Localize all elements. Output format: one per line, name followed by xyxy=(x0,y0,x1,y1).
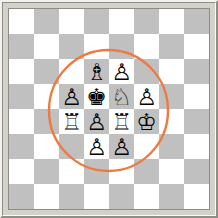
square-g5[interactable] xyxy=(159,84,184,109)
square-b1[interactable] xyxy=(34,184,59,209)
square-b6[interactable] xyxy=(34,59,59,84)
square-e4[interactable]: ♖ xyxy=(109,109,134,134)
white-king: ♔ xyxy=(134,109,159,134)
square-d5[interactable]: ♚ xyxy=(84,84,109,109)
square-c2[interactable] xyxy=(59,159,84,184)
square-e2[interactable] xyxy=(109,159,134,184)
square-g4[interactable] xyxy=(159,109,184,134)
square-g6[interactable] xyxy=(159,59,184,84)
white-pawn: ♙ xyxy=(84,134,109,159)
square-a1[interactable] xyxy=(9,184,34,209)
square-h3[interactable] xyxy=(184,134,209,159)
square-h1[interactable] xyxy=(184,184,209,209)
square-f4[interactable]: ♔ xyxy=(134,109,159,134)
board-frame-inner: ♗♙♙♚♘♙♖♙♖♔♙♙ xyxy=(2,2,216,216)
white-knight: ♘ xyxy=(109,84,134,109)
square-f5[interactable]: ♙ xyxy=(134,84,159,109)
square-b8[interactable] xyxy=(34,9,59,34)
square-d4[interactable]: ♙ xyxy=(84,109,109,134)
square-e7[interactable] xyxy=(109,34,134,59)
square-e1[interactable] xyxy=(109,184,134,209)
square-c7[interactable] xyxy=(59,34,84,59)
square-b2[interactable] xyxy=(34,159,59,184)
square-h7[interactable] xyxy=(184,34,209,59)
square-d7[interactable] xyxy=(84,34,109,59)
square-d6[interactable]: ♗ xyxy=(84,59,109,84)
square-a8[interactable] xyxy=(9,9,34,34)
square-a3[interactable] xyxy=(9,134,34,159)
square-c8[interactable] xyxy=(59,9,84,34)
square-c4[interactable]: ♖ xyxy=(59,109,84,134)
square-h2[interactable] xyxy=(184,159,209,184)
square-d2[interactable] xyxy=(84,159,109,184)
square-e3[interactable]: ♙ xyxy=(109,134,134,159)
square-b7[interactable] xyxy=(34,34,59,59)
square-a6[interactable] xyxy=(9,59,34,84)
square-d1[interactable] xyxy=(84,184,109,209)
chess-board: ♗♙♙♚♘♙♖♙♖♔♙♙ xyxy=(8,8,210,210)
square-c3[interactable] xyxy=(59,134,84,159)
square-g3[interactable] xyxy=(159,134,184,159)
square-f7[interactable] xyxy=(134,34,159,59)
square-h8[interactable] xyxy=(184,9,209,34)
white-pawn: ♙ xyxy=(134,84,159,109)
square-a7[interactable] xyxy=(9,34,34,59)
square-f6[interactable] xyxy=(134,59,159,84)
square-h4[interactable] xyxy=(184,109,209,134)
white-rook: ♖ xyxy=(109,109,134,134)
square-b5[interactable] xyxy=(34,84,59,109)
white-rook: ♖ xyxy=(59,109,84,134)
square-d3[interactable]: ♙ xyxy=(84,134,109,159)
white-pawn: ♙ xyxy=(84,109,109,134)
square-d8[interactable] xyxy=(84,9,109,34)
black-king: ♚ xyxy=(84,84,109,109)
square-a5[interactable] xyxy=(9,84,34,109)
square-f2[interactable] xyxy=(134,159,159,184)
board-frame: ♗♙♙♚♘♙♖♙♖♔♙♙ xyxy=(0,0,218,218)
square-a2[interactable] xyxy=(9,159,34,184)
square-c1[interactable] xyxy=(59,184,84,209)
white-pawn: ♙ xyxy=(109,59,134,84)
square-f1[interactable] xyxy=(134,184,159,209)
square-g1[interactable] xyxy=(159,184,184,209)
white-pawn: ♙ xyxy=(59,84,84,109)
square-f8[interactable] xyxy=(134,9,159,34)
square-e5[interactable]: ♘ xyxy=(109,84,134,109)
white-bishop: ♗ xyxy=(84,59,109,84)
square-b4[interactable] xyxy=(34,109,59,134)
square-f3[interactable] xyxy=(134,134,159,159)
square-c5[interactable]: ♙ xyxy=(59,84,84,109)
square-a4[interactable] xyxy=(9,109,34,134)
square-h6[interactable] xyxy=(184,59,209,84)
square-g8[interactable] xyxy=(159,9,184,34)
square-g7[interactable] xyxy=(159,34,184,59)
chess-diagram: ♗♙♙♚♘♙♖♙♖♔♙♙ xyxy=(0,0,218,218)
square-g2[interactable] xyxy=(159,159,184,184)
square-h5[interactable] xyxy=(184,84,209,109)
square-e8[interactable] xyxy=(109,9,134,34)
square-b3[interactable] xyxy=(34,134,59,159)
square-c6[interactable] xyxy=(59,59,84,84)
square-e6[interactable]: ♙ xyxy=(109,59,134,84)
white-pawn: ♙ xyxy=(109,134,134,159)
